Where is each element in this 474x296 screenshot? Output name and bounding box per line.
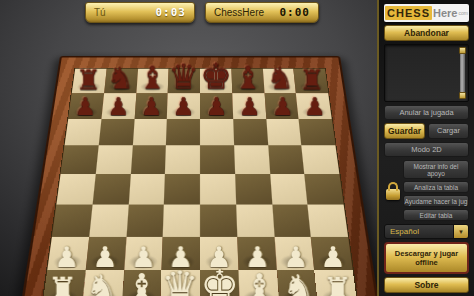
about-button[interactable]: Sobre: [384, 277, 469, 293]
rook-glyph: ♜: [322, 274, 353, 296]
square-d6[interactable]: [166, 119, 200, 146]
square-d4[interactable]: [164, 174, 200, 204]
king-glyph: ♚: [200, 266, 239, 296]
undo-move-button[interactable]: Anular la jugada: [384, 105, 469, 120]
square-g7[interactable]: ♟: [264, 93, 299, 119]
piece-white-queen[interactable]: ♛: [161, 260, 200, 296]
sidebar: CHESS Here com Abandonar Anular la jugad…: [377, 0, 474, 296]
piece-black-pawn[interactable]: ♟: [134, 80, 167, 119]
square-e7[interactable]: ♟: [200, 93, 233, 119]
square-h5[interactable]: [302, 145, 340, 174]
piece-white-bishop[interactable]: ♝: [121, 260, 160, 296]
language-dropdown[interactable]: Español ▼: [384, 224, 469, 239]
square-c5[interactable]: [130, 145, 166, 174]
square-f5[interactable]: [234, 145, 270, 174]
piece-black-pawn[interactable]: ♟: [69, 80, 102, 119]
pawn-glyph: ♟: [173, 96, 195, 119]
piece-black-pawn[interactable]: ♟: [200, 80, 233, 119]
pawn-glyph: ♟: [271, 96, 293, 119]
bishop-glyph: ♝: [242, 271, 276, 296]
knight-glyph: ♞: [282, 272, 315, 296]
piece-white-knight[interactable]: ♞: [279, 260, 318, 296]
square-f1[interactable]: ♝: [238, 271, 279, 296]
save-button[interactable]: Guardar: [384, 123, 425, 139]
chesshere-logo[interactable]: CHESS Here com: [384, 4, 469, 22]
show-info-button[interactable]: Mostrar info del apoyo: [403, 160, 469, 179]
square-a5[interactable]: [61, 145, 99, 174]
rook-glyph: ♜: [47, 274, 78, 296]
square-g6[interactable]: [266, 119, 302, 146]
piece-black-pawn[interactable]: ♟: [233, 80, 266, 119]
download-offline-button[interactable]: Descargar y jugar offline: [384, 242, 469, 274]
history-panel[interactable]: [384, 44, 469, 102]
square-c1[interactable]: ♝: [121, 271, 162, 296]
chat-scrollbar[interactable]: [459, 47, 466, 99]
pawn-glyph: ♟: [107, 96, 129, 119]
chevron-down-icon[interactable]: ▼: [453, 225, 468, 238]
piece-black-pawn[interactable]: ♟: [167, 80, 200, 119]
square-d5[interactable]: [165, 145, 200, 174]
queen-glyph: ♛: [161, 267, 199, 296]
square-b4[interactable]: [92, 174, 130, 204]
pawn-glyph: ♟: [238, 96, 260, 119]
piece-white-bishop[interactable]: ♝: [239, 260, 278, 296]
square-a6[interactable]: [65, 119, 102, 146]
square-g4[interactable]: [270, 174, 308, 204]
scroll-up-button[interactable]: [459, 47, 466, 54]
piece-white-rook[interactable]: ♜: [43, 260, 82, 296]
square-e1[interactable]: ♚: [200, 271, 239, 296]
square-c6[interactable]: [132, 119, 167, 146]
chess-app-window: Tú 0:03 ChessHere 0:00 ♜♞♝♛♚♝♞♜♟♟♟♟♟♟♟♟♟…: [0, 0, 474, 296]
piece-black-pawn[interactable]: ♟: [266, 80, 299, 119]
piece-white-rook[interactable]: ♜: [318, 260, 357, 296]
square-f4[interactable]: [235, 174, 272, 204]
square-b7[interactable]: ♟: [101, 93, 136, 119]
help-move-button[interactable]: Ayudame hacer la jug: [403, 195, 469, 207]
square-a7[interactable]: ♟: [68, 93, 104, 119]
square-b5[interactable]: [95, 145, 132, 174]
edit-board-button[interactable]: Editar tabla: [403, 209, 469, 221]
piece-black-pawn[interactable]: ♟: [298, 80, 331, 119]
square-g5[interactable]: [268, 145, 305, 174]
square-h6[interactable]: [299, 119, 336, 146]
locked-features-group: Mostrar info del apoyo Analiza la tabla …: [384, 160, 469, 221]
square-a4[interactable]: [56, 174, 95, 204]
square-d1[interactable]: ♛: [161, 271, 200, 296]
pawn-glyph: ♟: [205, 96, 227, 119]
scroll-down-button[interactable]: [459, 92, 466, 99]
square-a1[interactable]: ♜: [42, 271, 85, 296]
square-c4[interactable]: [128, 174, 165, 204]
scrollbar-track[interactable]: [460, 50, 465, 96]
logo-here-text: Here: [433, 7, 457, 19]
board-grid[interactable]: ♜♞♝♛♚♝♞♜♟♟♟♟♟♟♟♟♟♟♟♟♟♟♟♟♜♞♝♛♚♝♞♜: [41, 68, 360, 296]
square-f6[interactable]: [233, 119, 268, 146]
board-frame: ♜♞♝♛♚♝♞♜♟♟♟♟♟♟♟♟♟♟♟♟♟♟♟♟♜♞♝♛♚♝♞♜: [17, 56, 383, 296]
square-e5[interactable]: [200, 145, 235, 174]
piece-black-pawn[interactable]: ♟: [102, 80, 135, 119]
pawn-glyph: ♟: [74, 96, 96, 119]
mode-2d-button[interactable]: Modo 2D: [384, 142, 469, 157]
board-area: ♜♞♝♛♚♝♞♜♟♟♟♟♟♟♟♟♟♟♟♟♟♟♟♟♜♞♝♛♚♝♞♜: [0, 0, 377, 296]
square-f7[interactable]: ♟: [232, 93, 266, 119]
bishop-glyph: ♝: [124, 271, 158, 296]
analyze-board-button[interactable]: Analiza la tabla: [403, 181, 469, 193]
piece-white-king[interactable]: ♚: [200, 260, 239, 296]
square-e4[interactable]: [200, 174, 236, 204]
square-h4[interactable]: [305, 174, 344, 204]
pawn-glyph: ♟: [304, 96, 326, 119]
lock-icon: [386, 189, 400, 200]
square-e6[interactable]: [200, 119, 234, 146]
logo-com-text: com: [458, 10, 467, 16]
square-h1[interactable]: ♜: [315, 271, 358, 296]
language-selected: Español: [385, 225, 453, 238]
resign-button[interactable]: Abandonar: [384, 25, 469, 41]
square-c7[interactable]: ♟: [134, 93, 168, 119]
square-b1[interactable]: ♞: [82, 271, 124, 296]
load-button[interactable]: Cargar: [428, 123, 469, 139]
pawn-glyph: ♟: [140, 96, 162, 119]
knight-glyph: ♞: [85, 272, 118, 296]
square-b6[interactable]: [98, 119, 134, 146]
board-perspective: ♜♞♝♛♚♝♞♜♟♟♟♟♟♟♟♟♟♟♟♟♟♟♟♟♜♞♝♛♚♝♞♜: [60, 56, 340, 296]
square-g1[interactable]: ♞: [276, 271, 318, 296]
square-d7[interactable]: ♟: [167, 93, 200, 119]
square-h7[interactable]: ♟: [296, 93, 332, 119]
logo-chess-text: CHESS: [385, 6, 432, 20]
piece-white-knight[interactable]: ♞: [82, 260, 121, 296]
